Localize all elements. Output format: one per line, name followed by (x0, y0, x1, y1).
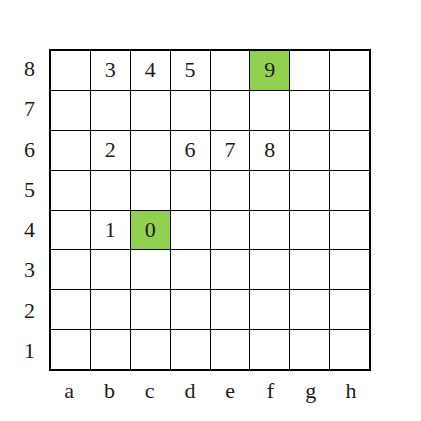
cell-e1[interactable] (211, 330, 250, 369)
cell-g3[interactable] (290, 250, 329, 289)
cell-c1[interactable] (131, 330, 170, 369)
file-label-g: g (291, 372, 331, 410)
file-label-c: c (130, 372, 170, 410)
cell-h1[interactable] (330, 330, 369, 369)
cell-b3[interactable] (91, 250, 130, 289)
cell-h5[interactable] (330, 171, 369, 210)
file-label-h: h (331, 372, 371, 410)
cell-e5[interactable] (211, 171, 250, 210)
cell-d4[interactable] (171, 211, 210, 250)
cell-e4[interactable] (211, 211, 250, 250)
cell-f1[interactable] (250, 330, 289, 369)
cell-d6[interactable]: 6 (171, 131, 210, 170)
cell-c5[interactable] (131, 171, 170, 210)
cell-h4[interactable] (330, 211, 369, 250)
cell-a5[interactable] (51, 171, 90, 210)
cell-f5[interactable] (250, 171, 289, 210)
board-grid: 3459267810 (49, 49, 371, 371)
cell-b6[interactable]: 2 (91, 131, 130, 170)
cell-d8[interactable]: 5 (171, 51, 210, 90)
puzzle-canvas: 87654321 3459267810 abcdefgh (0, 0, 421, 421)
cell-f3[interactable] (250, 250, 289, 289)
rank-label-2: 2 (0, 291, 44, 331)
cell-g7[interactable] (290, 91, 329, 130)
cell-f8[interactable]: 9 (250, 51, 289, 90)
cell-g1[interactable] (290, 330, 329, 369)
cell-c8[interactable]: 4 (131, 51, 170, 90)
cell-g6[interactable] (290, 131, 329, 170)
cell-a3[interactable] (51, 250, 90, 289)
cell-d1[interactable] (171, 330, 210, 369)
cell-e7[interactable] (211, 91, 250, 130)
cell-e2[interactable] (211, 290, 250, 329)
file-label-d: d (170, 372, 210, 410)
cell-b4[interactable]: 1 (91, 211, 130, 250)
cell-e6[interactable]: 7 (211, 131, 250, 170)
cell-c2[interactable] (131, 290, 170, 329)
cell-f7[interactable] (250, 91, 289, 130)
cell-c4[interactable]: 0 (131, 211, 170, 250)
rank-label-3: 3 (0, 250, 44, 290)
cell-e3[interactable] (211, 250, 250, 289)
rank-labels: 87654321 (0, 49, 44, 371)
rank-label-8: 8 (0, 49, 44, 89)
cell-f4[interactable] (250, 211, 289, 250)
cell-b7[interactable] (91, 91, 130, 130)
cell-b8[interactable]: 3 (91, 51, 130, 90)
cell-h3[interactable] (330, 250, 369, 289)
cell-g5[interactable] (290, 171, 329, 210)
file-label-b: b (89, 372, 129, 410)
cell-c7[interactable] (131, 91, 170, 130)
cell-a4[interactable] (51, 211, 90, 250)
rank-label-1: 1 (0, 331, 44, 371)
rank-label-5: 5 (0, 170, 44, 210)
cell-a7[interactable] (51, 91, 90, 130)
cell-c3[interactable] (131, 250, 170, 289)
rank-label-4: 4 (0, 210, 44, 250)
cell-d7[interactable] (171, 91, 210, 130)
cell-g2[interactable] (290, 290, 329, 329)
file-label-a: a (49, 372, 89, 410)
cell-h8[interactable] (330, 51, 369, 90)
file-label-e: e (210, 372, 250, 410)
cell-e8[interactable] (211, 51, 250, 90)
cell-a6[interactable] (51, 131, 90, 170)
cell-b2[interactable] (91, 290, 130, 329)
file-label-f: f (250, 372, 290, 410)
cell-a2[interactable] (51, 290, 90, 329)
cell-g4[interactable] (290, 211, 329, 250)
cell-c6[interactable] (131, 131, 170, 170)
cell-a8[interactable] (51, 51, 90, 90)
cell-d5[interactable] (171, 171, 210, 210)
cell-d2[interactable] (171, 290, 210, 329)
cell-a1[interactable] (51, 330, 90, 369)
cell-b1[interactable] (91, 330, 130, 369)
cell-f6[interactable]: 8 (250, 131, 289, 170)
cell-h7[interactable] (330, 91, 369, 130)
cell-d3[interactable] (171, 250, 210, 289)
cell-g8[interactable] (290, 51, 329, 90)
rank-label-6: 6 (0, 130, 44, 170)
cell-f2[interactable] (250, 290, 289, 329)
cell-h2[interactable] (330, 290, 369, 329)
cell-h6[interactable] (330, 131, 369, 170)
rank-label-7: 7 (0, 89, 44, 129)
file-labels: abcdefgh (49, 372, 371, 410)
cell-b5[interactable] (91, 171, 130, 210)
